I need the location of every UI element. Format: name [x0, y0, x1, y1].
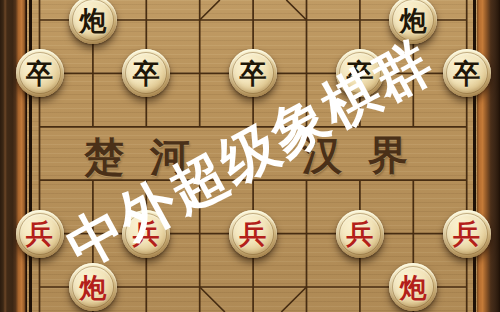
- board-frame-left: [0, 0, 27, 312]
- piece-glyph: 兵: [453, 220, 480, 247]
- piece-glyph: 兵: [26, 220, 53, 247]
- piece-glyph: 炮: [400, 274, 427, 301]
- piece-red-soldier[interactable]: 兵: [336, 210, 384, 258]
- piece-glyph: 兵: [240, 220, 267, 247]
- piece-black-soldier[interactable]: 卒: [443, 49, 491, 97]
- piece-glyph: 卒: [240, 60, 267, 87]
- piece-glyph: 卒: [133, 60, 160, 87]
- piece-glyph: 炮: [79, 7, 106, 34]
- piece-glyph: 卒: [26, 60, 53, 87]
- piece-glyph: 兵: [346, 220, 373, 247]
- board-frame-right: [477, 0, 500, 312]
- piece-red-soldier[interactable]: 兵: [443, 210, 491, 258]
- piece-black-soldier[interactable]: 卒: [16, 49, 64, 97]
- piece-red-soldier[interactable]: 兵: [16, 210, 64, 258]
- piece-glyph: 炮: [79, 274, 106, 301]
- xiangqi-board-screenshot: 楚 河 汉 界 炮炮卒卒卒卒卒兵兵兵兵兵炮炮 中外超级象棋群: [0, 0, 500, 312]
- piece-glyph: 卒: [453, 60, 480, 87]
- piece-red-cannon[interactable]: 炮: [389, 263, 437, 311]
- piece-red-soldier[interactable]: 兵: [229, 210, 277, 258]
